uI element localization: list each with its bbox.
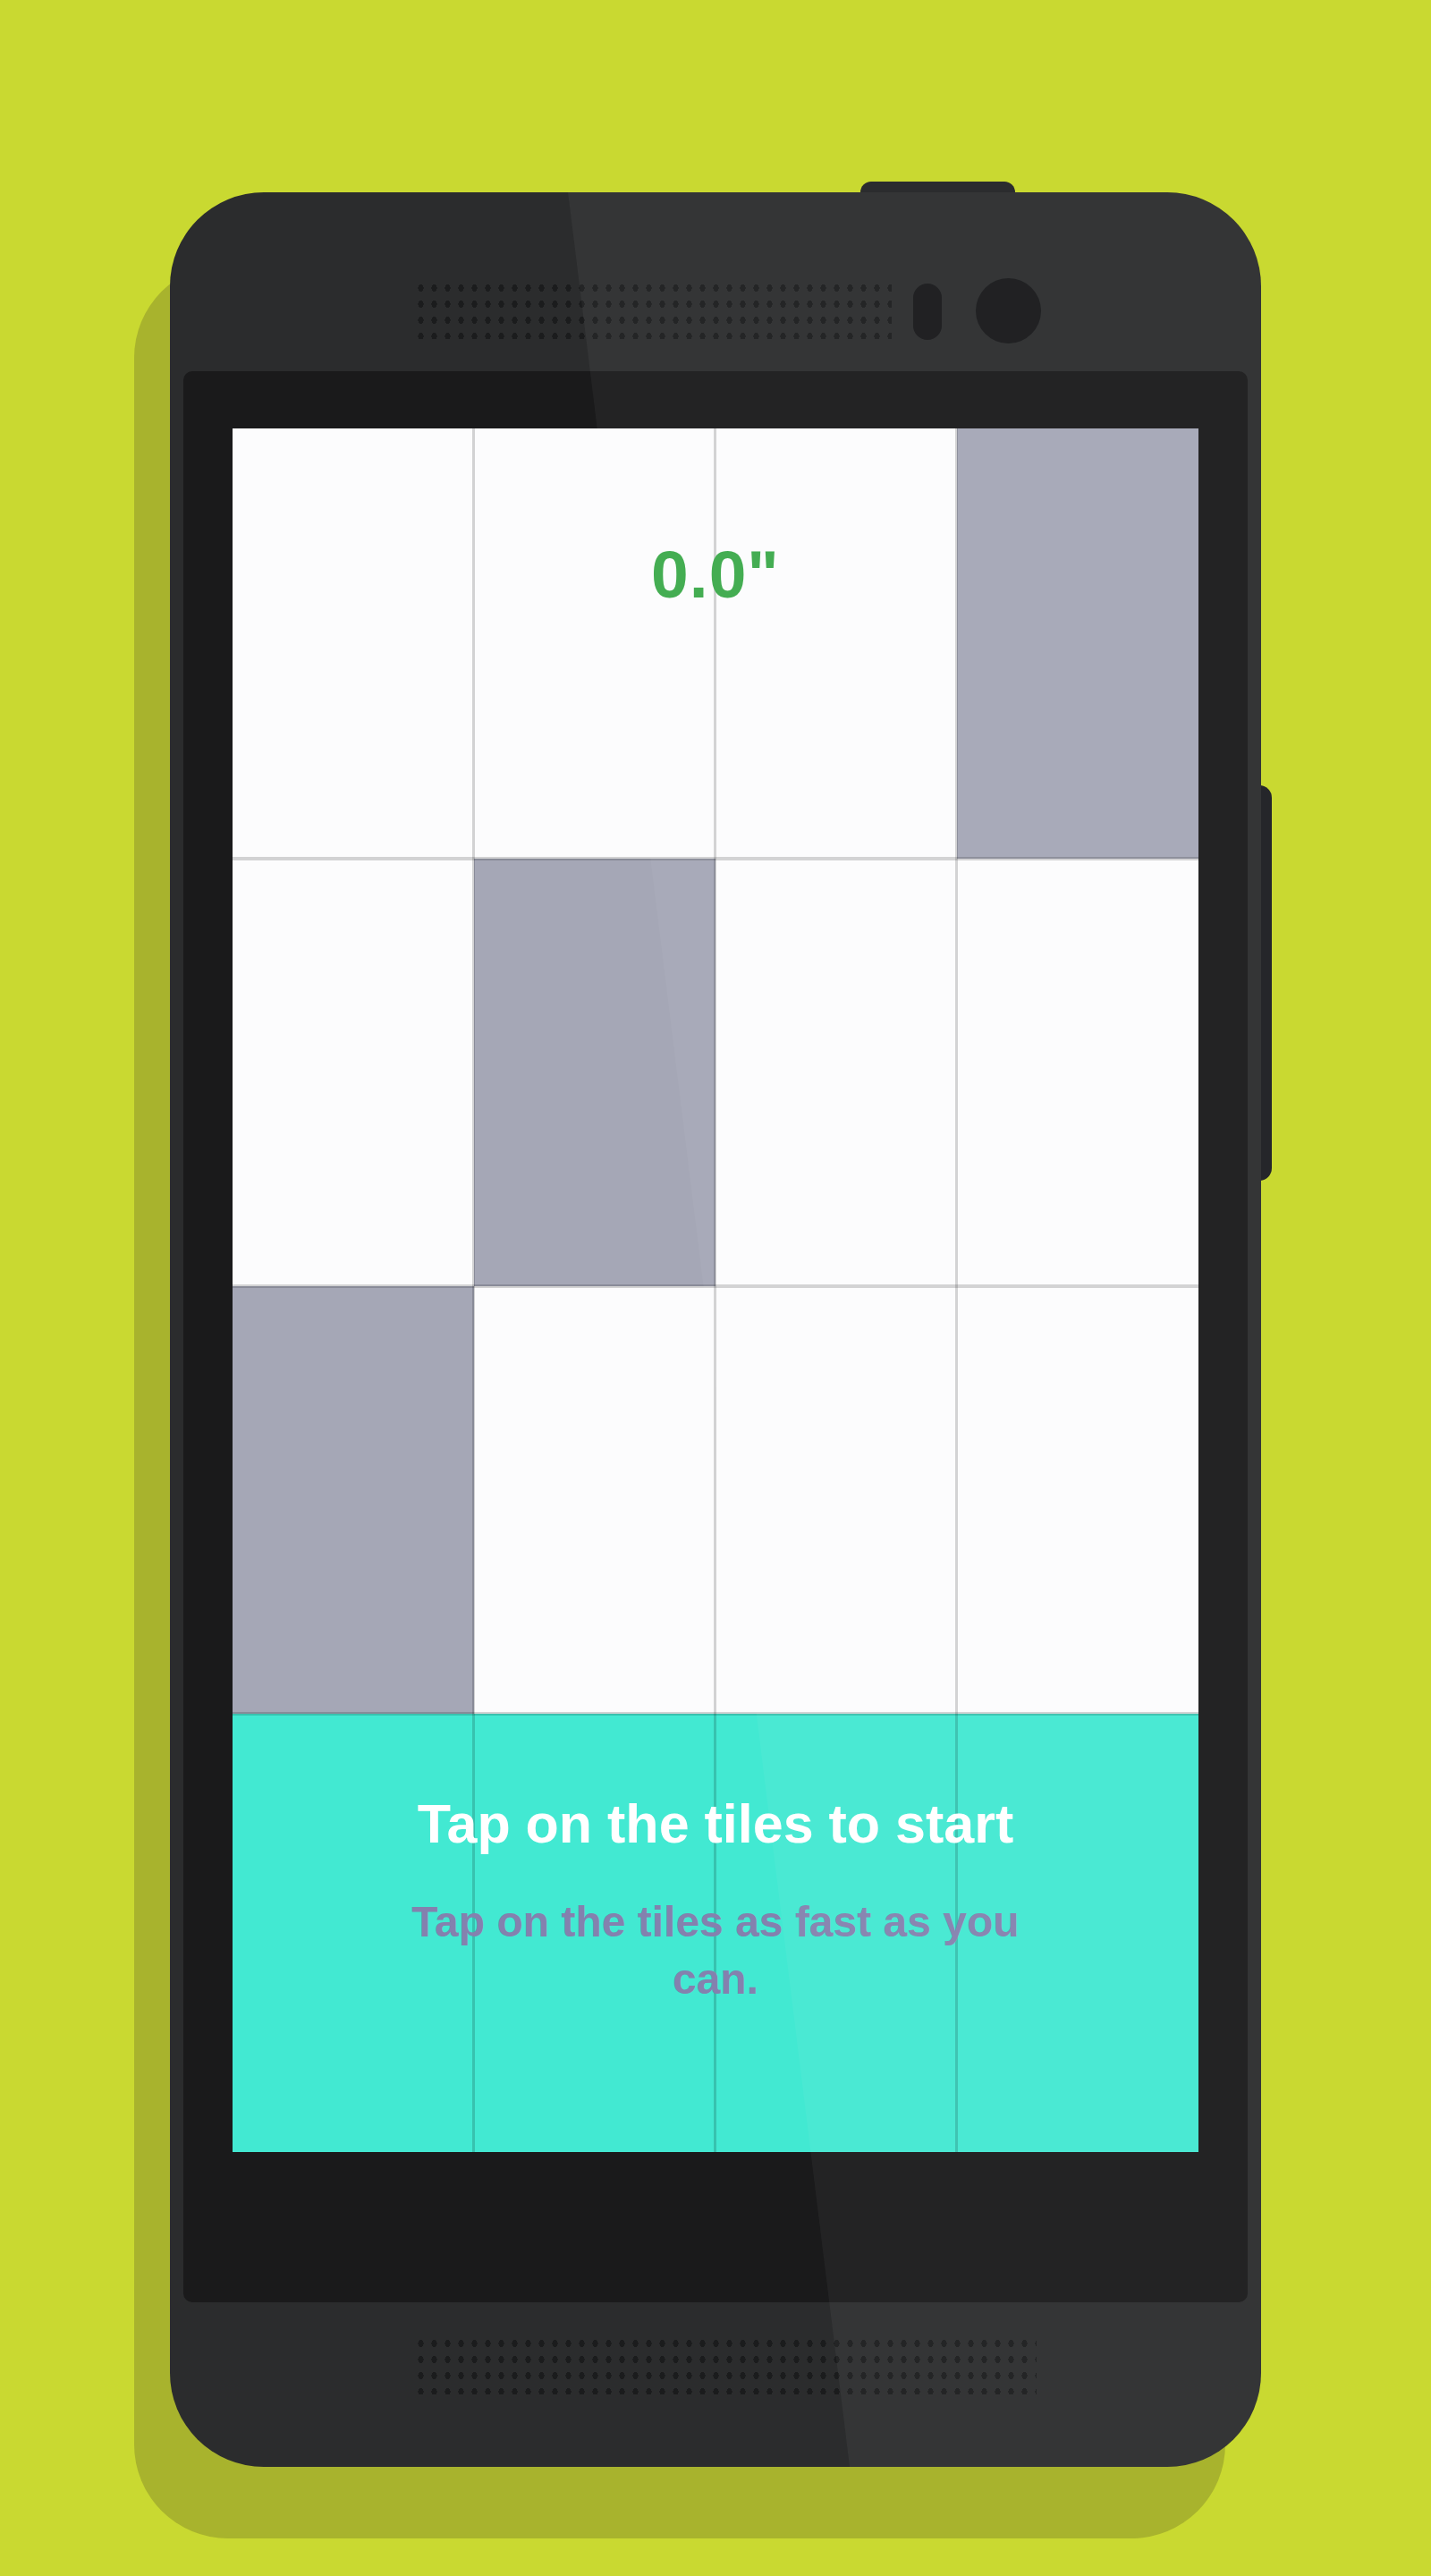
tile-r1c2[interactable]	[474, 428, 715, 859]
grid-line-horizontal	[233, 1284, 1198, 1288]
grid-line-horizontal	[233, 857, 1198, 860]
timer-label: 0.0"	[233, 541, 1198, 608]
tile-r3c1[interactable]	[233, 1286, 474, 1714]
game-screen: 0.0" Tap on the tiles to start Tap on th…	[233, 428, 1198, 2152]
front-camera-icon	[976, 278, 1041, 343]
bottom-speaker-grille-icon	[414, 2335, 1037, 2394]
tile-r3c2[interactable]	[474, 1286, 715, 1714]
grid-line-vertical	[714, 428, 716, 2152]
tile-r2c4[interactable]	[957, 859, 1198, 1286]
top-speaker-grille-icon	[414, 280, 892, 339]
tile-r2c2[interactable]	[474, 859, 715, 1286]
grid-line-vertical	[955, 428, 958, 2152]
earpiece-sensor-icon	[913, 284, 942, 340]
tile-r3c3[interactable]	[715, 1286, 957, 1714]
phone-frame: 0.0" Tap on the tiles to start Tap on th…	[170, 192, 1261, 2467]
tile-r1c3[interactable]	[715, 428, 957, 859]
tile-r2c1[interactable]	[233, 859, 474, 1286]
grid-line-vertical	[472, 428, 475, 2152]
tile-r3c4[interactable]	[957, 1286, 1198, 1714]
tile-r1c1[interactable]	[233, 428, 474, 859]
tile-r2c3[interactable]	[715, 859, 957, 1286]
tile-r1c4[interactable]	[957, 428, 1198, 859]
scene: 0.0" Tap on the tiles to start Tap on th…	[0, 0, 1431, 2576]
grid-line-horizontal	[233, 1712, 1198, 1716]
